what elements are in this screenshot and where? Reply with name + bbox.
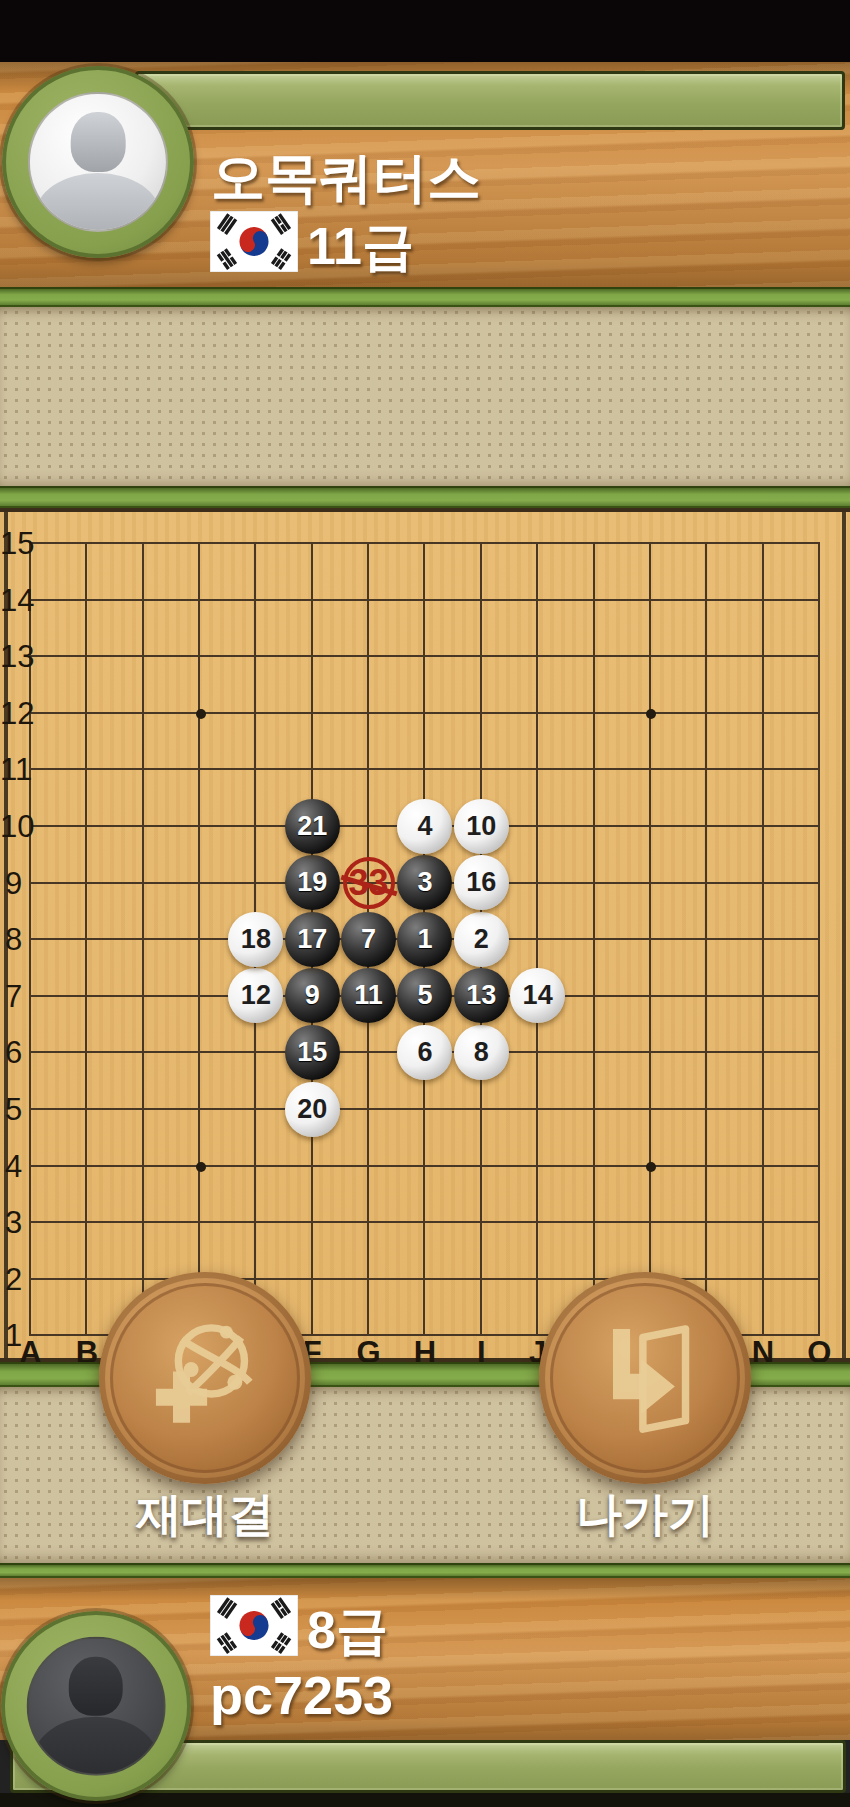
stone-black-9: 9 bbox=[285, 968, 340, 1023]
stone-black-21: 21 bbox=[285, 799, 340, 854]
row-label-3: 3 bbox=[0, 1207, 27, 1238]
door-exit-icon bbox=[581, 1314, 709, 1442]
top-player-timer-bar bbox=[135, 71, 845, 130]
stone-black-15: 15 bbox=[285, 1025, 340, 1080]
divider-strip bbox=[0, 287, 850, 307]
row-label-11: 11 bbox=[0, 754, 27, 785]
top-player-avatar[interactable] bbox=[2, 66, 194, 258]
stone-white-20: 20 bbox=[285, 1082, 340, 1137]
bottom-player-avatar[interactable] bbox=[1, 1611, 191, 1801]
bottom-player-name: pc7253 bbox=[210, 1664, 393, 1726]
row-label-9: 9 bbox=[0, 868, 27, 899]
row-label-4: 4 bbox=[0, 1151, 27, 1182]
row-label-5: 5 bbox=[0, 1094, 27, 1125]
stone-black-17: 17 bbox=[285, 912, 340, 967]
person-silhouette-icon bbox=[35, 173, 160, 232]
stone-white-18: 18 bbox=[228, 912, 283, 967]
top-player-rank: 11급 bbox=[307, 212, 414, 282]
stone-white-4: 4 bbox=[397, 799, 452, 854]
person-silhouette-icon bbox=[34, 1717, 158, 1776]
stone-white-10: 10 bbox=[454, 799, 509, 854]
person-silhouette-icon bbox=[71, 112, 125, 172]
star-point-L4 bbox=[646, 1162, 656, 1172]
stone-black-1: 1 bbox=[397, 912, 452, 967]
star-point-D12 bbox=[196, 709, 206, 719]
row-label-2: 2 bbox=[0, 1264, 27, 1295]
divider-strip bbox=[0, 486, 850, 508]
stone-black-7: 7 bbox=[341, 912, 396, 967]
rematch-button-label[interactable]: 재대결 bbox=[75, 1484, 335, 1546]
row-label-7: 7 bbox=[0, 981, 27, 1012]
row-label-15: 15 bbox=[0, 528, 27, 559]
row-label-12: 12 bbox=[0, 698, 27, 729]
stone-white-16: 16 bbox=[454, 855, 509, 910]
row-label-10: 10 bbox=[0, 811, 27, 842]
message-panel bbox=[0, 307, 850, 488]
stone-white-2: 2 bbox=[454, 912, 509, 967]
rematch-button[interactable] bbox=[99, 1272, 311, 1484]
bottom-player-rank: 8급 bbox=[307, 1596, 388, 1666]
exit-button[interactable] bbox=[539, 1272, 751, 1484]
board-edge bbox=[842, 512, 846, 1358]
top-player-name: 오목쿼터스 bbox=[211, 142, 481, 215]
exit-button-label[interactable]: 나가기 bbox=[515, 1484, 775, 1546]
row-label-13: 13 bbox=[0, 641, 27, 672]
korea-flag-icon bbox=[210, 211, 298, 272]
stone-white-6: 6 bbox=[397, 1025, 452, 1080]
row-label-8: 8 bbox=[0, 924, 27, 955]
star-point-D4 bbox=[196, 1162, 206, 1172]
globe-plus-icon bbox=[141, 1314, 269, 1442]
korea-flag-icon bbox=[210, 1595, 298, 1656]
stone-black-13: 13 bbox=[454, 968, 509, 1023]
divider-strip bbox=[0, 1563, 850, 1578]
row-label-6: 6 bbox=[0, 1037, 27, 1068]
omok-game-screen: { "game": "Omok / Gomoku (Renju rules), … bbox=[0, 0, 850, 1807]
person-silhouette-icon bbox=[69, 1656, 123, 1715]
stone-black-19: 19 bbox=[285, 855, 340, 910]
forbidden-33-marker: 33 bbox=[343, 857, 395, 909]
stone-white-8: 8 bbox=[454, 1025, 509, 1080]
omok-board[interactable]: 151413121110987654321ABCDEFGHIJKLMNO1234… bbox=[0, 508, 850, 1362]
row-label-14: 14 bbox=[0, 585, 27, 616]
avatar-photo-placeholder bbox=[27, 1637, 166, 1776]
avatar-photo-placeholder bbox=[28, 92, 168, 232]
status-bar bbox=[0, 0, 850, 62]
